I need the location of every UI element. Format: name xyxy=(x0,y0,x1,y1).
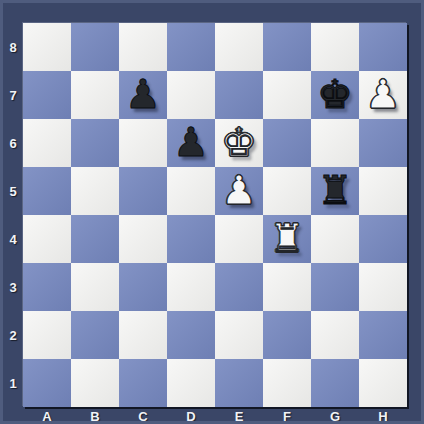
square-g5[interactable]: ♜ xyxy=(311,167,359,215)
file-labels: ABCDEFGH xyxy=(23,408,407,424)
square-c5[interactable] xyxy=(119,167,167,215)
square-d7[interactable] xyxy=(167,71,215,119)
file-label-d: D xyxy=(167,408,215,424)
square-d5[interactable] xyxy=(167,167,215,215)
white-pawn[interactable]: ♟ xyxy=(221,170,257,210)
rank-labels: 87654321 xyxy=(3,23,23,407)
square-c3[interactable] xyxy=(119,263,167,311)
square-g6[interactable] xyxy=(311,119,359,167)
black-pawn[interactable]: ♟ xyxy=(125,74,161,114)
square-b4[interactable] xyxy=(71,215,119,263)
square-c1[interactable] xyxy=(119,359,167,407)
square-b7[interactable] xyxy=(71,71,119,119)
square-e5[interactable]: ♟ xyxy=(215,167,263,215)
square-a5[interactable] xyxy=(23,167,71,215)
square-h2[interactable] xyxy=(359,311,407,359)
black-pawn[interactable]: ♟ xyxy=(173,122,209,162)
rank-label-3: 3 xyxy=(3,263,23,311)
square-h4[interactable] xyxy=(359,215,407,263)
white-king[interactable]: ♚ xyxy=(221,122,257,162)
square-e7[interactable] xyxy=(215,71,263,119)
white-rook[interactable]: ♜ xyxy=(269,218,305,258)
square-b3[interactable] xyxy=(71,263,119,311)
square-d3[interactable] xyxy=(167,263,215,311)
square-e2[interactable] xyxy=(215,311,263,359)
white-pawn[interactable]: ♟ xyxy=(365,74,401,114)
square-h3[interactable] xyxy=(359,263,407,311)
square-e4[interactable] xyxy=(215,215,263,263)
square-g8[interactable] xyxy=(311,23,359,71)
square-g3[interactable] xyxy=(311,263,359,311)
file-label-g: G xyxy=(311,408,359,424)
rank-label-5: 5 xyxy=(3,167,23,215)
black-rook[interactable]: ♜ xyxy=(317,170,353,210)
square-e8[interactable] xyxy=(215,23,263,71)
square-c2[interactable] xyxy=(119,311,167,359)
square-a3[interactable] xyxy=(23,263,71,311)
square-a8[interactable] xyxy=(23,23,71,71)
square-b5[interactable] xyxy=(71,167,119,215)
square-a1[interactable] xyxy=(23,359,71,407)
square-c8[interactable] xyxy=(119,23,167,71)
rank-label-6: 6 xyxy=(3,119,23,167)
square-h5[interactable] xyxy=(359,167,407,215)
file-label-f: F xyxy=(263,408,311,424)
square-f3[interactable] xyxy=(263,263,311,311)
file-label-b: B xyxy=(71,408,119,424)
square-c6[interactable] xyxy=(119,119,167,167)
square-e3[interactable] xyxy=(215,263,263,311)
rank-label-7: 7 xyxy=(3,71,23,119)
square-a2[interactable] xyxy=(23,311,71,359)
file-label-e: E xyxy=(215,408,263,424)
square-g2[interactable] xyxy=(311,311,359,359)
square-b1[interactable] xyxy=(71,359,119,407)
square-f8[interactable] xyxy=(263,23,311,71)
square-g1[interactable] xyxy=(311,359,359,407)
square-a7[interactable] xyxy=(23,71,71,119)
square-a4[interactable] xyxy=(23,215,71,263)
square-d1[interactable] xyxy=(167,359,215,407)
chess-board[interactable]: ♟♚♟♟♚♟♜♜ xyxy=(23,23,407,407)
square-d6[interactable]: ♟ xyxy=(167,119,215,167)
square-h1[interactable] xyxy=(359,359,407,407)
square-f6[interactable] xyxy=(263,119,311,167)
file-label-a: A xyxy=(23,408,71,424)
file-label-c: C xyxy=(119,408,167,424)
rank-label-8: 8 xyxy=(3,23,23,71)
square-f2[interactable] xyxy=(263,311,311,359)
rank-label-1: 1 xyxy=(3,359,23,407)
square-d4[interactable] xyxy=(167,215,215,263)
square-g7[interactable]: ♚ xyxy=(311,71,359,119)
square-f7[interactable] xyxy=(263,71,311,119)
square-f4[interactable]: ♜ xyxy=(263,215,311,263)
rank-label-4: 4 xyxy=(3,215,23,263)
rank-label-2: 2 xyxy=(3,311,23,359)
square-b2[interactable] xyxy=(71,311,119,359)
square-c7[interactable]: ♟ xyxy=(119,71,167,119)
square-b6[interactable] xyxy=(71,119,119,167)
square-d8[interactable] xyxy=(167,23,215,71)
square-d2[interactable] xyxy=(167,311,215,359)
square-h8[interactable] xyxy=(359,23,407,71)
file-label-h: H xyxy=(359,408,407,424)
square-e6[interactable]: ♚ xyxy=(215,119,263,167)
square-f5[interactable] xyxy=(263,167,311,215)
square-b8[interactable] xyxy=(71,23,119,71)
square-g4[interactable] xyxy=(311,215,359,263)
square-h6[interactable] xyxy=(359,119,407,167)
square-c4[interactable] xyxy=(119,215,167,263)
black-king[interactable]: ♚ xyxy=(317,74,353,114)
square-e1[interactable] xyxy=(215,359,263,407)
chess-board-frame: 87654321 ♟♚♟♟♚♟♜♜ ABCDEFGH xyxy=(0,0,424,424)
square-h7[interactable]: ♟ xyxy=(359,71,407,119)
square-a6[interactable] xyxy=(23,119,71,167)
square-f1[interactable] xyxy=(263,359,311,407)
